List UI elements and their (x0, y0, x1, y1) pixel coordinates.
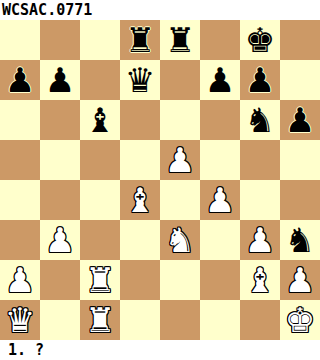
square-e8[interactable]: ♜ (160, 20, 200, 60)
square-d1[interactable] (120, 300, 160, 340)
white-queen[interactable]: ♛ (5, 300, 35, 340)
white-pawn[interactable]: ♟ (285, 260, 315, 300)
white-pawn[interactable]: ♟ (205, 180, 235, 220)
white-rook[interactable]: ♜ (85, 300, 115, 340)
square-f5[interactable] (200, 140, 240, 180)
white-knight[interactable]: ♞ (165, 220, 195, 260)
square-c3[interactable] (80, 220, 120, 260)
square-g3[interactable]: ♟ (240, 220, 280, 260)
square-g6[interactable]: ♞ (240, 100, 280, 140)
black-pawn[interactable]: ♟ (5, 60, 35, 100)
square-a1[interactable]: ♛ (0, 300, 40, 340)
white-pawn[interactable]: ♟ (165, 140, 195, 180)
square-h4[interactable] (280, 180, 320, 220)
puzzle-id-title: WCSAC.0771 (0, 0, 320, 20)
square-h1[interactable]: ♚ (280, 300, 320, 340)
square-b7[interactable]: ♟ (40, 60, 80, 100)
square-f6[interactable] (200, 100, 240, 140)
square-h7[interactable] (280, 60, 320, 100)
black-rook[interactable]: ♜ (125, 20, 155, 60)
square-f4[interactable]: ♟ (200, 180, 240, 220)
black-pawn[interactable]: ♟ (45, 60, 75, 100)
white-pawn[interactable]: ♟ (245, 220, 275, 260)
square-h5[interactable] (280, 140, 320, 180)
black-pawn[interactable]: ♟ (205, 60, 235, 100)
square-b4[interactable] (40, 180, 80, 220)
square-e7[interactable] (160, 60, 200, 100)
black-knight[interactable]: ♞ (245, 100, 275, 140)
square-c8[interactable] (80, 20, 120, 60)
square-b8[interactable] (40, 20, 80, 60)
white-bishop[interactable]: ♝ (125, 180, 155, 220)
square-b3[interactable]: ♟ (40, 220, 80, 260)
square-b2[interactable] (40, 260, 80, 300)
square-b1[interactable] (40, 300, 80, 340)
square-c5[interactable] (80, 140, 120, 180)
square-e1[interactable] (160, 300, 200, 340)
square-d8[interactable]: ♜ (120, 20, 160, 60)
square-c7[interactable] (80, 60, 120, 100)
square-b5[interactable] (40, 140, 80, 180)
square-f2[interactable] (200, 260, 240, 300)
square-d3[interactable] (120, 220, 160, 260)
white-bishop[interactable]: ♝ (245, 260, 275, 300)
square-e6[interactable] (160, 100, 200, 140)
square-d2[interactable] (120, 260, 160, 300)
black-rook[interactable]: ♜ (165, 20, 195, 60)
square-e4[interactable] (160, 180, 200, 220)
square-f3[interactable] (200, 220, 240, 260)
square-a4[interactable] (0, 180, 40, 220)
square-h2[interactable]: ♟ (280, 260, 320, 300)
square-a2[interactable]: ♟ (0, 260, 40, 300)
square-e5[interactable]: ♟ (160, 140, 200, 180)
square-g2[interactable]: ♝ (240, 260, 280, 300)
square-c4[interactable] (80, 180, 120, 220)
square-c2[interactable]: ♜ (80, 260, 120, 300)
move-prompt: 1. ? (0, 340, 320, 360)
square-h3[interactable]: ♞ (280, 220, 320, 260)
square-e2[interactable] (160, 260, 200, 300)
square-g4[interactable] (240, 180, 280, 220)
square-c6[interactable]: ♝ (80, 100, 120, 140)
square-h6[interactable]: ♟ (280, 100, 320, 140)
square-b6[interactable] (40, 100, 80, 140)
square-a7[interactable]: ♟ (0, 60, 40, 100)
square-d6[interactable] (120, 100, 160, 140)
square-a5[interactable] (0, 140, 40, 180)
black-pawn[interactable]: ♟ (285, 100, 315, 140)
square-d4[interactable]: ♝ (120, 180, 160, 220)
square-a3[interactable] (0, 220, 40, 260)
square-d5[interactable] (120, 140, 160, 180)
black-queen[interactable]: ♛ (125, 60, 155, 100)
white-pawn[interactable]: ♟ (5, 260, 35, 300)
black-bishop[interactable]: ♝ (85, 100, 115, 140)
white-rook[interactable]: ♜ (85, 260, 115, 300)
white-king[interactable]: ♚ (285, 300, 315, 340)
square-d7[interactable]: ♛ (120, 60, 160, 100)
square-g5[interactable] (240, 140, 280, 180)
square-f8[interactable] (200, 20, 240, 60)
square-c1[interactable]: ♜ (80, 300, 120, 340)
white-pawn[interactable]: ♟ (45, 220, 75, 260)
square-f1[interactable] (200, 300, 240, 340)
square-g1[interactable] (240, 300, 280, 340)
square-a6[interactable] (0, 100, 40, 140)
black-knight[interactable]: ♞ (285, 220, 315, 260)
square-g8[interactable]: ♚ (240, 20, 280, 60)
chess-board: ♜♜♚♟♟♛♟♟♝♞♟♟♝♟♟♞♟♞♟♜♝♟♛♜♚ (0, 20, 320, 340)
square-e3[interactable]: ♞ (160, 220, 200, 260)
black-pawn[interactable]: ♟ (245, 60, 275, 100)
square-g7[interactable]: ♟ (240, 60, 280, 100)
square-h8[interactable] (280, 20, 320, 60)
black-king[interactable]: ♚ (245, 20, 275, 60)
square-a8[interactable] (0, 20, 40, 60)
square-f7[interactable]: ♟ (200, 60, 240, 100)
